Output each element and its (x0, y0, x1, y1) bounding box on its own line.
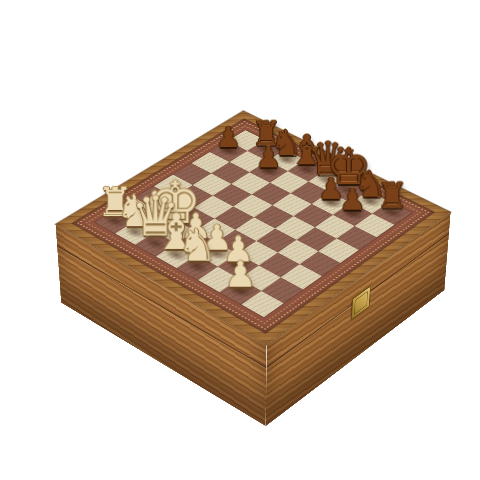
white-n-glyph: ♞ (177, 223, 217, 268)
square-h8: ♜ (372, 202, 411, 225)
dark-p-glyph: ♟ (339, 185, 366, 215)
photo-scene: ♜♞♝♛♚♞♜♟♟♟♟♟♚♟♟♟♜♞♛♝♞♟ (0, 0, 480, 480)
dark-r-glyph: ♜ (376, 179, 407, 214)
white-p-glyph: ♟ (224, 256, 256, 292)
dark-p-glyph: ♟ (216, 123, 242, 152)
brass-latch (351, 286, 370, 320)
chess-box-top: ♜♞♝♛♚♞♜♟♟♟♟♟♚♟♟♟♜♞♛♝♞♟ (55, 111, 450, 345)
product-photo-chess-box: ♜♞♝♛♚♞♜♟♟♟♟♟♚♟♟♟♜♞♛♝♞♟ (0, 0, 480, 480)
dark-p-glyph: ♟ (256, 143, 282, 172)
